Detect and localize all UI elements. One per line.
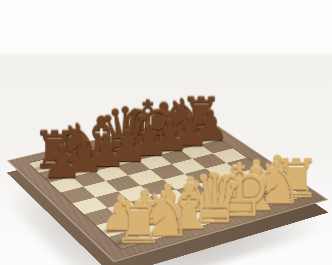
photo-backdrop: ♜♞♝♛♚♝♞♜♟♟♟♟♟♟♟♟♟♟♟♟♟♟♟♟♜♞♝♛♚♝♞♜ <box>0 0 332 265</box>
chess-board: ♜♞♝♛♚♝♞♜♟♟♟♟♟♟♟♟♟♟♟♟♟♟♟♟♜♞♝♛♚♝♞♜ <box>7 114 328 262</box>
piece-white-rook-a1: ♜ <box>112 194 150 251</box>
board-pieces: ♜♞♝♛♚♝♞♜♟♟♟♟♟♟♟♟♟♟♟♟♟♟♟♟♜♞♝♛♚♝♞♜ <box>29 123 304 249</box>
chess-scene: ♜♞♝♛♚♝♞♜♟♟♟♟♟♟♟♟♟♟♟♟♟♟♟♟♜♞♝♛♚♝♞♜ <box>0 0 332 265</box>
piece-black-pawn-a7: ♟ <box>42 140 76 184</box>
